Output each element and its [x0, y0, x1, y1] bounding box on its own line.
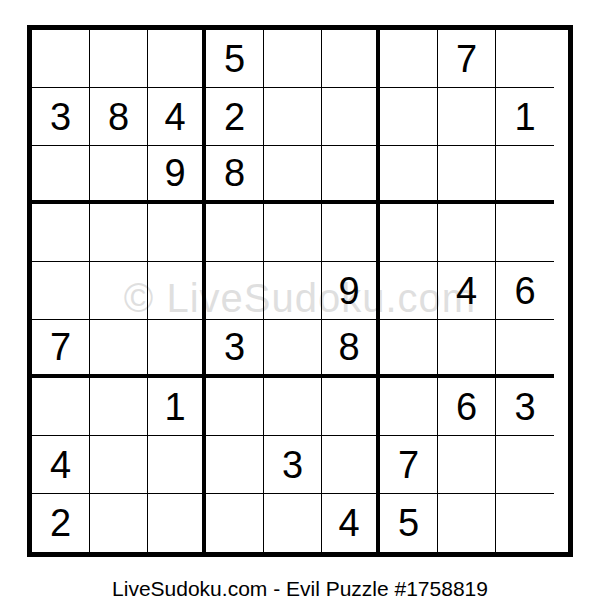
cell-r4c6[interactable] [322, 204, 380, 262]
cell-r7c6[interactable] [322, 378, 380, 436]
cell-r2c3: 4 [148, 88, 206, 146]
cell-r9c5[interactable] [264, 494, 322, 552]
sudoku-grid: 573842198946738163437245 [27, 25, 573, 557]
cell-r3c4: 8 [206, 146, 264, 204]
cell-r8c3[interactable] [148, 436, 206, 494]
cell-r6c3[interactable] [148, 320, 206, 378]
cell-r5c2[interactable] [90, 262, 148, 320]
cell-r9c2[interactable] [90, 494, 148, 552]
cell-r6c7[interactable] [380, 320, 438, 378]
cell-r8c6[interactable] [322, 436, 380, 494]
cell-r2c5[interactable] [264, 88, 322, 146]
cell-r8c7: 7 [380, 436, 438, 494]
cell-r4c8[interactable] [438, 204, 496, 262]
cell-r1c4: 5 [206, 30, 264, 88]
cell-r6c8[interactable] [438, 320, 496, 378]
cell-r1c6[interactable] [322, 30, 380, 88]
cell-r5c4[interactable] [206, 262, 264, 320]
cell-r9c8[interactable] [438, 494, 496, 552]
cell-r5c7[interactable] [380, 262, 438, 320]
cell-r7c9: 3 [496, 378, 554, 436]
cell-r9c3[interactable] [148, 494, 206, 552]
sudoku-page: © LiveSudoku.com 57384219894673816343724… [0, 0, 600, 615]
cell-r3c8[interactable] [438, 146, 496, 204]
cell-r6c4: 3 [206, 320, 264, 378]
cell-r5c1[interactable] [32, 262, 90, 320]
caption: LiveSudoku.com - Evil Puzzle #1758819 [0, 577, 600, 601]
cell-r6c1: 7 [32, 320, 90, 378]
cell-r4c7[interactable] [380, 204, 438, 262]
cell-r5c3[interactable] [148, 262, 206, 320]
cell-r2c7[interactable] [380, 88, 438, 146]
cell-r2c1: 3 [32, 88, 90, 146]
cell-r1c9[interactable] [496, 30, 554, 88]
cell-r1c7[interactable] [380, 30, 438, 88]
cell-r7c1[interactable] [32, 378, 90, 436]
cell-r3c7[interactable] [380, 146, 438, 204]
sudoku-board: © LiveSudoku.com 57384219894673816343724… [27, 25, 573, 571]
cell-r2c6[interactable] [322, 88, 380, 146]
cell-r7c3: 1 [148, 378, 206, 436]
cell-r1c2[interactable] [90, 30, 148, 88]
cell-r5c5[interactable] [264, 262, 322, 320]
cell-r3c3: 9 [148, 146, 206, 204]
cell-r6c9[interactable] [496, 320, 554, 378]
cell-r4c3[interactable] [148, 204, 206, 262]
cell-r4c2[interactable] [90, 204, 148, 262]
cell-r2c4: 2 [206, 88, 264, 146]
cell-r5c9: 6 [496, 262, 554, 320]
cell-r6c6: 8 [322, 320, 380, 378]
cell-r4c1[interactable] [32, 204, 90, 262]
cell-r1c8: 7 [438, 30, 496, 88]
cell-r8c4[interactable] [206, 436, 264, 494]
cell-r1c3[interactable] [148, 30, 206, 88]
cell-r3c2[interactable] [90, 146, 148, 204]
cell-r4c5[interactable] [264, 204, 322, 262]
cell-r6c2[interactable] [90, 320, 148, 378]
cell-r7c2[interactable] [90, 378, 148, 436]
cell-r9c9[interactable] [496, 494, 554, 552]
cell-r1c5[interactable] [264, 30, 322, 88]
cell-r9c4[interactable] [206, 494, 264, 552]
cell-r9c6: 4 [322, 494, 380, 552]
cell-r6c5[interactable] [264, 320, 322, 378]
cell-r8c5: 3 [264, 436, 322, 494]
cell-r9c7: 5 [380, 494, 438, 552]
cell-r5c6: 9 [322, 262, 380, 320]
cell-r3c1[interactable] [32, 146, 90, 204]
cell-r8c8[interactable] [438, 436, 496, 494]
cell-r7c7[interactable] [380, 378, 438, 436]
cell-r8c9[interactable] [496, 436, 554, 494]
cell-r8c2[interactable] [90, 436, 148, 494]
cell-r9c1: 2 [32, 494, 90, 552]
cell-r7c5[interactable] [264, 378, 322, 436]
cell-r4c4[interactable] [206, 204, 264, 262]
cell-r2c2: 8 [90, 88, 148, 146]
cell-r4c9[interactable] [496, 204, 554, 262]
cell-r8c1: 4 [32, 436, 90, 494]
cell-r7c4[interactable] [206, 378, 264, 436]
cell-r7c8: 6 [438, 378, 496, 436]
cell-r3c6[interactable] [322, 146, 380, 204]
cell-r5c8: 4 [438, 262, 496, 320]
cell-r2c8[interactable] [438, 88, 496, 146]
cell-r2c9: 1 [496, 88, 554, 146]
cell-r3c5[interactable] [264, 146, 322, 204]
cell-r1c1[interactable] [32, 30, 90, 88]
cell-r3c9[interactable] [496, 146, 554, 204]
